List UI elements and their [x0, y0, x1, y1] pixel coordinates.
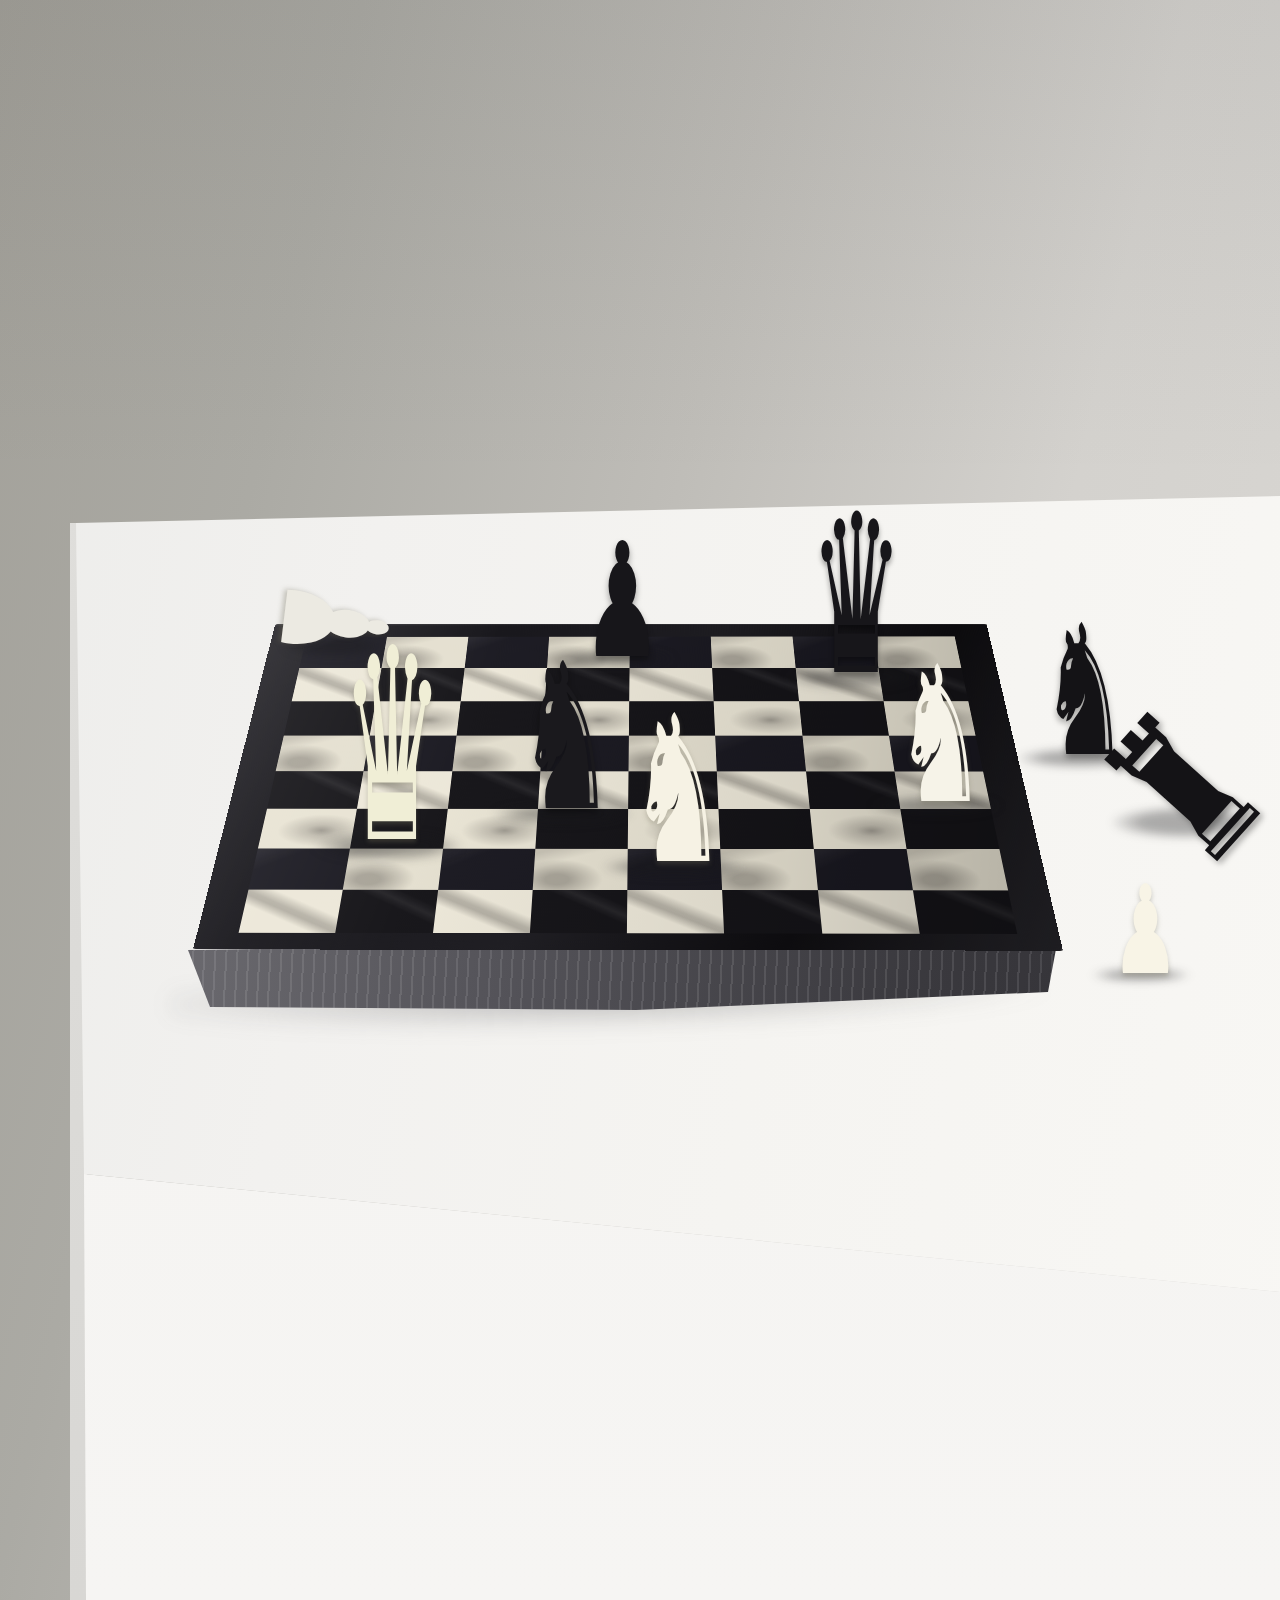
square-f8[interactable] [711, 637, 795, 669]
square-h1[interactable] [913, 890, 1018, 934]
square-c1[interactable] [432, 890, 532, 934]
white-knight-h3[interactable]: ♞ [889, 642, 991, 831]
white-queen-b2[interactable]: ♛ [335, 613, 450, 880]
square-f1[interactable] [722, 890, 821, 934]
square-g5[interactable] [802, 735, 894, 771]
square-a1[interactable] [239, 889, 343, 932]
black-knight-d3[interactable]: ♞ [511, 637, 621, 840]
white-pawn-offboard[interactable]: ♟ [1107, 869, 1183, 992]
white-knight-e2[interactable]: ♞ [623, 689, 733, 893]
scene: ♟♟♛♞♜♞♞♛♞♟ [0, 0, 1280, 1600]
square-d1[interactable] [530, 890, 628, 934]
square-h2[interactable] [906, 849, 1008, 891]
square-g2[interactable] [813, 849, 912, 891]
square-g1[interactable] [817, 890, 919, 934]
